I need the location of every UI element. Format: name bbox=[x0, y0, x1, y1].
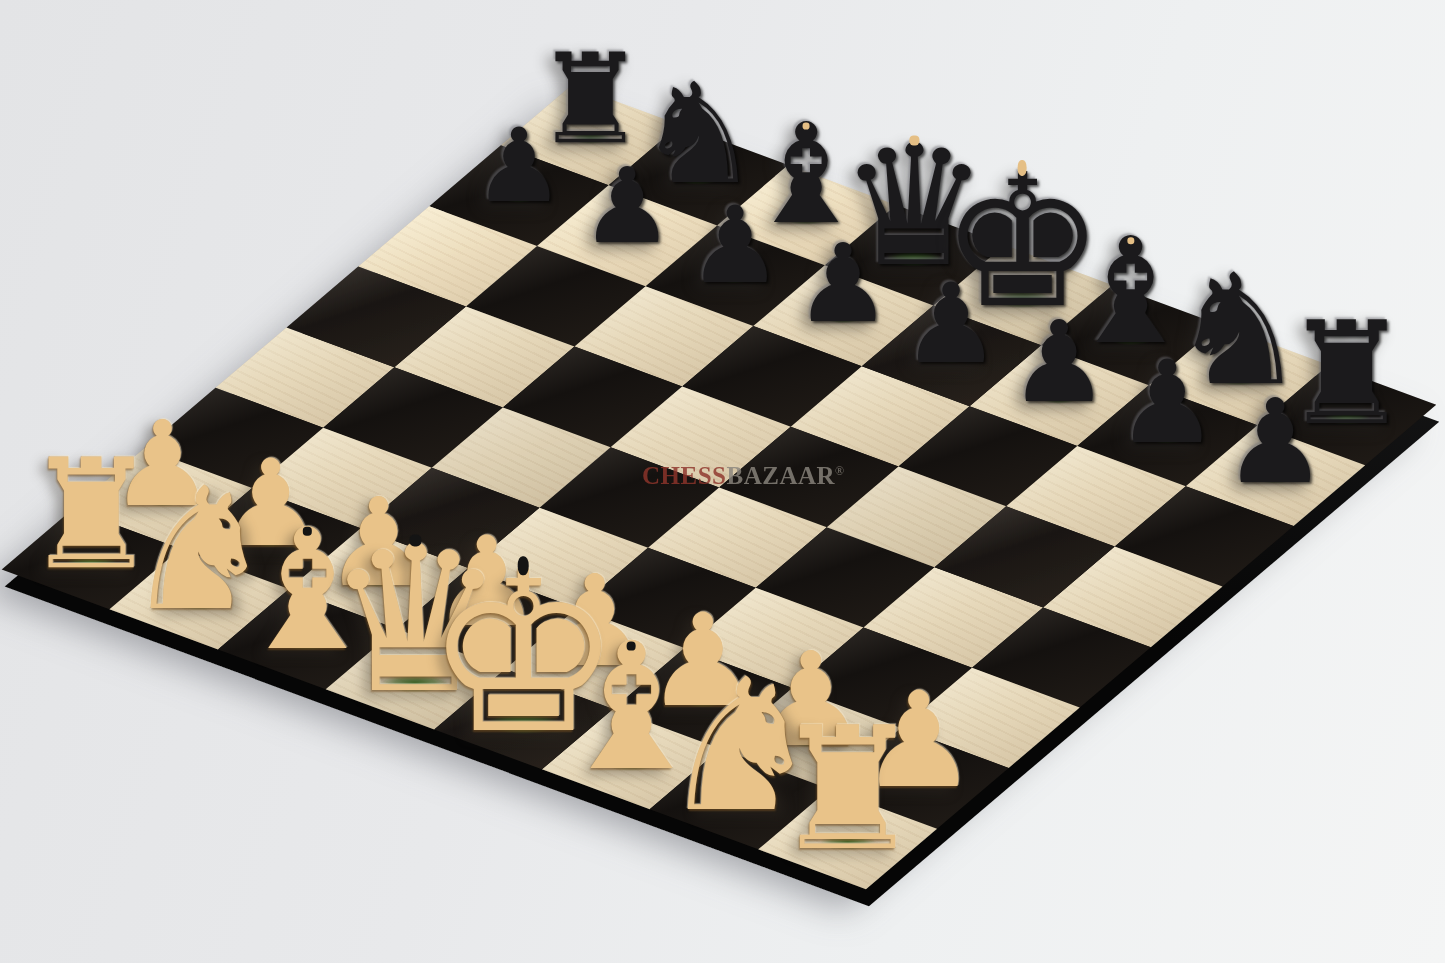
finial-boxwood bbox=[803, 123, 810, 130]
finial-boxwood bbox=[1018, 160, 1027, 176]
studio-backdrop: ♜♞♟♝♟♛♟♚♟♝♟♞♟♜♟♟♟♟♜♟♞♟♝♟♛♟♚♟♝♟♞♜ CHESSBA… bbox=[0, 0, 1445, 963]
finial-boxwood bbox=[910, 136, 919, 145]
chess-board bbox=[2, 85, 1437, 889]
finial-boxwood bbox=[1127, 237, 1134, 244]
